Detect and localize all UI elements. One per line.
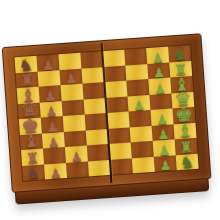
square-h3 [58,53,81,70]
square-b6 [131,141,154,158]
square-h1: ♞ [14,56,37,73]
piece-green-pawn-a7: ♟ [159,159,172,173]
square-h8: ♞ [168,45,191,62]
board-tilt-wrapper: ♞♟♟♞♜♟♟♜♝♟♟♝♛♟♟♛♚♟♟♚♝♟♟♝♜♟♟♜♞♟♟♞ [2,33,213,205]
square-g2 [37,70,60,87]
square-h4 [80,51,103,68]
square-a7: ♟ [154,155,177,172]
square-d6 [129,110,152,127]
square-b2 [43,147,66,164]
square-a8: ♞ [176,153,199,170]
square-c8: ♝ [174,122,197,139]
square-a6 [132,156,155,173]
square-e2: ♟ [40,101,63,118]
square-a5 [110,158,133,175]
square-d7: ♟ [150,108,173,125]
square-c7: ♟ [152,124,175,141]
square-e3 [62,99,85,116]
square-f2: ♟ [39,85,62,102]
square-d5 [107,111,130,128]
square-c5 [108,127,131,144]
square-b3: ♟ [65,145,88,162]
chess-set-photo: ♞♟♟♞♜♟♟♜♝♟♟♝♛♟♟♛♚♟♟♚♝♟♟♝♜♟♟♜♞♟♟♞ [0,0,220,220]
square-d2: ♟ [41,116,64,133]
square-c2: ♟ [42,132,65,149]
piece-copper-pawn-a2: ♟ [49,166,62,180]
square-g6 [125,64,148,81]
square-f6 [126,79,149,96]
square-c3 [64,130,87,147]
square-g5 [103,65,126,82]
square-c6 [130,125,153,142]
square-h5 [102,50,125,67]
square-e5 [106,96,129,113]
square-b5 [109,142,132,159]
square-b4 [87,144,110,161]
square-g7: ♟ [147,62,170,79]
square-a3 [66,161,89,178]
square-h7: ♟ [146,47,169,64]
square-c1: ♝ [20,133,43,150]
square-f3 [61,84,84,101]
square-a2: ♟ [44,162,67,179]
square-g4 [81,67,104,84]
square-g3: ♟ [59,68,82,85]
square-e6: ♟ [127,94,150,111]
square-a4 [88,159,111,176]
square-f7: ♟ [148,77,171,94]
board-frame: ♞♟♟♞♜♟♟♜♝♟♟♝♛♟♟♛♚♟♟♚♝♟♟♝♜♟♟♜♞♟♟♞ [2,33,212,193]
square-a1: ♞ [22,164,45,181]
piece-green-knight-a8: ♞ [180,154,195,171]
square-h2: ♟ [36,54,59,71]
square-e4 [84,98,107,115]
square-h6 [124,48,147,65]
square-f5 [104,81,127,98]
square-c4 [86,128,109,145]
square-f4 [82,82,105,99]
square-d3 [63,115,86,132]
piece-copper-knight-a1: ♞ [26,165,41,182]
square-b7: ♟ [153,139,176,156]
square-d4 [85,113,108,130]
square-e7 [149,93,172,110]
